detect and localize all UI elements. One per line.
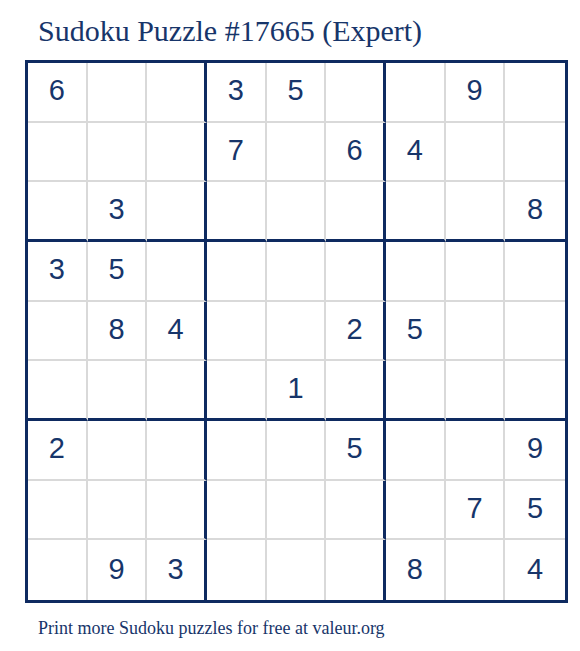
- cell-r6c9-empty[interactable]: [505, 361, 565, 421]
- cell-r9c9-given: 4: [505, 540, 565, 600]
- cell-r6c7-empty[interactable]: [386, 361, 446, 421]
- cell-r8c6-empty[interactable]: [326, 481, 386, 541]
- cell-r7c7-empty[interactable]: [386, 421, 446, 481]
- cell-r5c5-empty[interactable]: [267, 302, 327, 362]
- cell-r4c3-empty[interactable]: [147, 242, 207, 302]
- cell-r5c7-given: 5: [386, 302, 446, 362]
- cell-r6c5-given: 1: [267, 361, 327, 421]
- cell-r7c3-empty[interactable]: [147, 421, 207, 481]
- cell-r8c8-given: 7: [446, 481, 506, 541]
- cell-r5c9-empty[interactable]: [505, 302, 565, 362]
- cell-r8c4-empty[interactable]: [207, 481, 267, 541]
- cell-r8c9-given: 5: [505, 481, 565, 541]
- cell-r1c4-given: 3: [207, 63, 267, 123]
- cell-r1c5-given: 5: [267, 63, 327, 123]
- cell-r6c1-empty[interactable]: [28, 361, 88, 421]
- cell-r2c6-given: 6: [326, 123, 386, 183]
- cell-r5c2-given: 8: [88, 302, 148, 362]
- cell-r3c4-empty[interactable]: [207, 182, 267, 242]
- cell-r9c1-empty[interactable]: [28, 540, 88, 600]
- cell-r3c3-empty[interactable]: [147, 182, 207, 242]
- cell-r7c2-empty[interactable]: [88, 421, 148, 481]
- cell-r6c3-empty[interactable]: [147, 361, 207, 421]
- cell-r7c6-given: 5: [326, 421, 386, 481]
- cell-r4c1-given: 3: [28, 242, 88, 302]
- cell-r3c6-empty[interactable]: [326, 182, 386, 242]
- cell-r6c4-empty[interactable]: [207, 361, 267, 421]
- cell-r9c2-given: 9: [88, 540, 148, 600]
- cell-r1c6-empty[interactable]: [326, 63, 386, 123]
- cell-r7c1-given: 2: [28, 421, 88, 481]
- cell-r3c7-empty[interactable]: [386, 182, 446, 242]
- cell-r6c2-empty[interactable]: [88, 361, 148, 421]
- cell-r2c4-given: 7: [207, 123, 267, 183]
- cell-r2c1-empty[interactable]: [28, 123, 88, 183]
- cell-r6c8-empty[interactable]: [446, 361, 506, 421]
- cell-r4c5-empty[interactable]: [267, 242, 327, 302]
- cell-r8c2-empty[interactable]: [88, 481, 148, 541]
- cell-r9c8-empty[interactable]: [446, 540, 506, 600]
- cell-r1c2-empty[interactable]: [88, 63, 148, 123]
- cell-r4c4-empty[interactable]: [207, 242, 267, 302]
- puzzle-title: Sudoku Puzzle #17665 (Expert): [38, 14, 580, 48]
- cell-r5c4-empty[interactable]: [207, 302, 267, 362]
- cell-r7c4-empty[interactable]: [207, 421, 267, 481]
- cell-r5c1-empty[interactable]: [28, 302, 88, 362]
- cell-r1c1-given: 6: [28, 63, 88, 123]
- cell-r7c8-empty[interactable]: [446, 421, 506, 481]
- cell-r3c1-empty[interactable]: [28, 182, 88, 242]
- cell-r4c8-empty[interactable]: [446, 242, 506, 302]
- cell-r7c5-empty[interactable]: [267, 421, 327, 481]
- cell-r3c2-given: 3: [88, 182, 148, 242]
- cell-r4c7-empty[interactable]: [386, 242, 446, 302]
- cell-r2c8-empty[interactable]: [446, 123, 506, 183]
- page: Sudoku Puzzle #17665 (Expert) 6359764383…: [0, 14, 580, 651]
- cell-r4c9-empty[interactable]: [505, 242, 565, 302]
- cell-r5c6-given: 2: [326, 302, 386, 362]
- cell-r3c9-given: 8: [505, 182, 565, 242]
- cell-r9c7-given: 8: [386, 540, 446, 600]
- cell-r5c3-given: 4: [147, 302, 207, 362]
- cell-r8c1-empty[interactable]: [28, 481, 88, 541]
- cell-r9c3-given: 3: [147, 540, 207, 600]
- cell-r9c4-empty[interactable]: [207, 540, 267, 600]
- footer-note: Print more Sudoku puzzles for free at va…: [38, 618, 580, 639]
- cell-r4c2-given: 5: [88, 242, 148, 302]
- cell-r5c8-empty[interactable]: [446, 302, 506, 362]
- sudoku-grid: 6359764383584251259759384: [25, 60, 568, 603]
- cell-r6c6-empty[interactable]: [326, 361, 386, 421]
- cell-r2c5-empty[interactable]: [267, 123, 327, 183]
- cell-r3c5-empty[interactable]: [267, 182, 327, 242]
- cell-r1c8-given: 9: [446, 63, 506, 123]
- cell-r7c9-given: 9: [505, 421, 565, 481]
- cell-r1c7-empty[interactable]: [386, 63, 446, 123]
- cell-r2c7-given: 4: [386, 123, 446, 183]
- cell-r8c5-empty[interactable]: [267, 481, 327, 541]
- cell-r2c2-empty[interactable]: [88, 123, 148, 183]
- cell-r1c3-empty[interactable]: [147, 63, 207, 123]
- cell-r1c9-empty[interactable]: [505, 63, 565, 123]
- cell-r3c8-empty[interactable]: [446, 182, 506, 242]
- cell-r2c3-empty[interactable]: [147, 123, 207, 183]
- cell-r9c5-empty[interactable]: [267, 540, 327, 600]
- cell-r4c6-empty[interactable]: [326, 242, 386, 302]
- cell-r2c9-empty[interactable]: [505, 123, 565, 183]
- cell-r8c3-empty[interactable]: [147, 481, 207, 541]
- cell-r9c6-empty[interactable]: [326, 540, 386, 600]
- cell-r8c7-empty[interactable]: [386, 481, 446, 541]
